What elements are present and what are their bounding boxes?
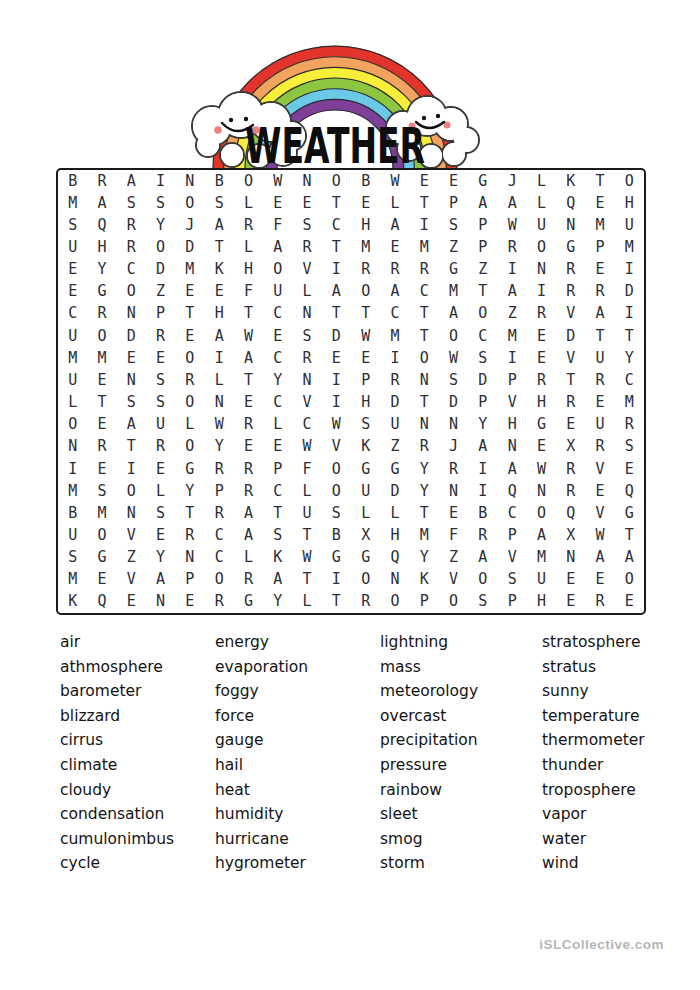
grid-cell: M [410, 236, 439, 258]
word-list-item: hygrometer [215, 851, 308, 876]
grid-cell: C [58, 303, 87, 325]
grid-cell: Y [263, 369, 292, 391]
grid-cell: G [175, 458, 204, 480]
grid-cell: P [468, 391, 497, 413]
grid-cell: E [527, 325, 556, 347]
grid-cell: S [351, 414, 380, 436]
grid-cell: N [527, 259, 556, 281]
grid-cell: C [204, 524, 233, 546]
grid-cell: R [556, 480, 585, 502]
grid-cell: T [204, 236, 233, 258]
grid-cell: O [351, 569, 380, 591]
grid-cell: F [439, 524, 468, 546]
grid-cell: O [58, 414, 87, 436]
grid-cell: T [234, 369, 263, 391]
grid-cell: B [204, 170, 233, 192]
grid-cell: R [585, 281, 614, 303]
grid-cell: R [439, 458, 468, 480]
grid-cell: M [87, 502, 116, 524]
grid-cell: A [380, 214, 409, 236]
grid-cell: R [292, 236, 321, 258]
grid-cell: E [175, 281, 204, 303]
grid-cell: V [322, 436, 351, 458]
grid-cell: T [585, 170, 614, 192]
grid-cell: Y [146, 214, 175, 236]
grid-cell: G [234, 591, 263, 613]
grid-cell: K [204, 259, 233, 281]
grid-cell: S [468, 591, 497, 613]
grid-cell: R [556, 281, 585, 303]
grid-cell: L [380, 192, 409, 214]
grid-cell: O [410, 347, 439, 369]
grid-cell: G [556, 236, 585, 258]
grid-cell: S [263, 524, 292, 546]
grid-cell: N [556, 214, 585, 236]
grid-cell: B [351, 170, 380, 192]
grid-cell: C [263, 303, 292, 325]
word-list: airathmospherebarometerblizzardcirruscli… [0, 630, 700, 880]
grid-cell: W [204, 414, 233, 436]
grid-cell: L [58, 391, 87, 413]
grid-cell: N [410, 414, 439, 436]
grid-cell: R [87, 436, 116, 458]
grid-cell: T [410, 192, 439, 214]
grid-cell: D [380, 391, 409, 413]
grid-cell: A [527, 524, 556, 546]
grid-cell: A [585, 303, 614, 325]
grid-cell: O [468, 303, 497, 325]
grid-cell: S [292, 214, 321, 236]
grid-cell: O [322, 170, 351, 192]
grid-cell: U [58, 236, 87, 258]
grid-cell: I [322, 391, 351, 413]
grid-cell: M [497, 325, 526, 347]
grid-cell: N [292, 369, 321, 391]
grid-cell: C [117, 259, 146, 281]
grid-cell: R [556, 458, 585, 480]
grid-cell: O [175, 192, 204, 214]
grid-cell: O [87, 524, 116, 546]
grid-cell: M [58, 569, 87, 591]
grid-cell: J [497, 170, 526, 192]
grid-cell: Y [468, 414, 497, 436]
grid-cell: M [615, 236, 644, 258]
grid-cell: E [117, 591, 146, 613]
word-list-column-4: stratospherestratussunnytemperaturetherm… [542, 630, 645, 876]
grid-cell: V [497, 391, 526, 413]
grid-cell: E [146, 347, 175, 369]
grid-cell: P [585, 236, 614, 258]
grid-cell: N [410, 369, 439, 391]
grid-cell: O [175, 347, 204, 369]
grid-cell: F [234, 281, 263, 303]
grid-cell: G [615, 502, 644, 524]
grid-cell: N [175, 170, 204, 192]
grid-cell: C [468, 325, 497, 347]
word-list-item: evaporation [215, 655, 308, 680]
grid-cell: E [292, 192, 321, 214]
word-list-item: pressure [380, 753, 478, 778]
grid-cell: J [439, 436, 468, 458]
grid-cell: I [410, 214, 439, 236]
grid-cell: E [117, 347, 146, 369]
grid-cell: O [234, 170, 263, 192]
grid-cell: M [380, 325, 409, 347]
grid-cell: U [351, 480, 380, 502]
grid-cell: V [439, 569, 468, 591]
grid-cell: N [146, 591, 175, 613]
grid-cell: S [146, 391, 175, 413]
grid-cell: M [615, 391, 644, 413]
word-list-item: thunder [542, 753, 645, 778]
word-list-item: cloudy [60, 778, 174, 803]
grid-cell: E [204, 281, 233, 303]
grid-cell: E [410, 170, 439, 192]
grid-cell: R [615, 414, 644, 436]
grid-cell: G [322, 547, 351, 569]
grid-cell: M [58, 347, 87, 369]
page-title: WEATHER [245, 117, 425, 170]
grid-cell: O [175, 391, 204, 413]
worksheet-page: WEATHER BRAINBOWNOBWEEGJLKTOMASSOSLEETEL… [0, 0, 700, 990]
grid-cell: H [351, 214, 380, 236]
grid-cell: T [410, 502, 439, 524]
grid-cell: E [585, 192, 614, 214]
grid-cell: R [204, 458, 233, 480]
grid-cell: E [263, 325, 292, 347]
grid-cell: K [410, 569, 439, 591]
grid-cell: T [322, 303, 351, 325]
grid-cell: E [439, 170, 468, 192]
grid-cell: V [556, 347, 585, 369]
grid-cell: N [439, 414, 468, 436]
grid-cell: C [263, 480, 292, 502]
grid-cell: A [263, 236, 292, 258]
grid-cell: R [585, 591, 614, 613]
word-list-item: sleet [380, 802, 478, 827]
grid-cell: Y [87, 259, 116, 281]
grid-cell: I [380, 347, 409, 369]
grid-cell: N [292, 303, 321, 325]
grid-cell: W [351, 325, 380, 347]
grid-cell: H [615, 192, 644, 214]
grid-cell: E [585, 480, 614, 502]
watermark: iSLCollective.com [0, 937, 664, 952]
rainbow-graphic: WEATHER [175, 22, 490, 170]
grid-cell: D [439, 391, 468, 413]
grid-cell: V [497, 547, 526, 569]
grid-cell: E [263, 192, 292, 214]
grid-cell: M [87, 347, 116, 369]
grid-cell: L [292, 591, 321, 613]
grid-cell: S [322, 502, 351, 524]
word-list-item: storm [380, 851, 478, 876]
grid-cell: I [497, 259, 526, 281]
grid-cell: S [468, 347, 497, 369]
grid-cell: R [351, 591, 380, 613]
grid-cell: T [556, 369, 585, 391]
grid-cell: U [146, 414, 175, 436]
word-list-item: humidity [215, 802, 308, 827]
grid-cell: E [615, 591, 644, 613]
grid-cell: U [263, 281, 292, 303]
grid-cell: I [527, 281, 556, 303]
grid-cell: E [87, 414, 116, 436]
grid-cell: T [322, 591, 351, 613]
grid-cell: U [58, 524, 87, 546]
grid-cell: Z [146, 281, 175, 303]
grid-cell: E [87, 569, 116, 591]
grid-cell: Z [439, 547, 468, 569]
grid-cell: E [585, 391, 614, 413]
grid-cell: O [615, 569, 644, 591]
grid-cell: H [87, 236, 116, 258]
grid-cell: Z [439, 236, 468, 258]
grid-cell: I [615, 259, 644, 281]
grid-cell: S [87, 480, 116, 502]
grid-cell: Q [556, 502, 585, 524]
grid-cell: U [527, 214, 556, 236]
grid-cell: I [322, 259, 351, 281]
word-list-item: sunny [542, 679, 645, 704]
grid-cell: A [468, 547, 497, 569]
grid-cell: R [410, 436, 439, 458]
grid-cell: S [146, 192, 175, 214]
grid-cell: E [351, 192, 380, 214]
grid-cell: B [322, 524, 351, 546]
word-list-item: cirrus [60, 728, 174, 753]
grid-cell: O [527, 236, 556, 258]
grid-cell: N [439, 480, 468, 502]
grid-cell: C [204, 547, 233, 569]
grid-cell: Y [410, 480, 439, 502]
grid-cell: C [263, 391, 292, 413]
grid-cell: I [322, 369, 351, 391]
word-list-item: hail [215, 753, 308, 778]
grid-cell: N [527, 480, 556, 502]
grid-cell: T [615, 524, 644, 546]
grid-cell: K [556, 170, 585, 192]
grid-cell: O [439, 325, 468, 347]
grid-cell: I [146, 170, 175, 192]
grid-cell: E [146, 524, 175, 546]
grid-cell: L [146, 480, 175, 502]
grid-cell: A [204, 214, 233, 236]
grid-cell: R [527, 369, 556, 391]
grid-cell: B [58, 502, 87, 524]
grid-cell: R [556, 259, 585, 281]
grid-cell: I [322, 569, 351, 591]
grid-cell: M [175, 259, 204, 281]
grid-cell: Z [117, 547, 146, 569]
grid-cell: P [351, 369, 380, 391]
grid-cell: Y [146, 547, 175, 569]
grid-cell: M [585, 214, 614, 236]
grid-cell: R [117, 236, 146, 258]
grid-cell: V [117, 569, 146, 591]
grid-cell: P [497, 524, 526, 546]
word-list-item: wind [542, 851, 645, 876]
grid-cell: O [175, 436, 204, 458]
grid-cell: U [615, 214, 644, 236]
grid-cell: T [175, 502, 204, 524]
grid-cell: Z [380, 436, 409, 458]
grid-cell: P [175, 569, 204, 591]
grid-cell: U [380, 414, 409, 436]
grid-cell: M [58, 480, 87, 502]
grid-cell: N [292, 170, 321, 192]
grid-cell: F [263, 214, 292, 236]
grid-cell: O [117, 480, 146, 502]
grid-cell: M [527, 547, 556, 569]
grid-cell: Y [263, 591, 292, 613]
grid-cell: L [527, 170, 556, 192]
grid-cell: L [351, 502, 380, 524]
grid-cell: A [322, 281, 351, 303]
grid-cell: I [468, 458, 497, 480]
grid-cell: E [380, 236, 409, 258]
grid-cell: G [351, 547, 380, 569]
cloud-left-cheek [214, 126, 222, 134]
grid-cell: A [234, 347, 263, 369]
grid-cell: E [556, 569, 585, 591]
grid-cell: K [351, 436, 380, 458]
grid-cell: A [87, 192, 116, 214]
grid-cell: A [468, 436, 497, 458]
grid-cell: P [263, 458, 292, 480]
grid-cell: R [87, 303, 116, 325]
grid-cell: E [234, 391, 263, 413]
grid-cell: T [322, 192, 351, 214]
grid-cell: L [234, 236, 263, 258]
grid-cell: L [292, 480, 321, 502]
grid-cell: E [58, 281, 87, 303]
grid-cell: H [380, 524, 409, 546]
grid-cell: N [58, 436, 87, 458]
grid-cell: O [146, 236, 175, 258]
word-list-item: rainbow [380, 778, 478, 803]
grid-cell: T [468, 281, 497, 303]
grid-cell: K [58, 591, 87, 613]
grid-cell: V [292, 391, 321, 413]
grid-cell: D [146, 259, 175, 281]
grid-cell: O [615, 170, 644, 192]
grid-cell: A [497, 281, 526, 303]
grid-cell: Q [87, 214, 116, 236]
word-list-column-1: airathmospherebarometerblizzardcirruscli… [60, 630, 174, 876]
grid-cell: H [204, 303, 233, 325]
grid-cell: U [58, 369, 87, 391]
grid-cell: R [234, 458, 263, 480]
grid-cell: G [468, 170, 497, 192]
word-list-column-2: energyevaporationfoggyforcegaugehailheat… [215, 630, 308, 876]
grid-cell: R [410, 259, 439, 281]
word-list-item: lightning [380, 630, 478, 655]
grid-cell: D [556, 325, 585, 347]
word-list-item: foggy [215, 679, 308, 704]
grid-cell: O [117, 281, 146, 303]
grid-cell: R [556, 391, 585, 413]
grid-cell: L [234, 547, 263, 569]
grid-cell: M [439, 281, 468, 303]
grid-cell: R [351, 259, 380, 281]
grid-cell: A [117, 170, 146, 192]
grid-cell: R [468, 524, 497, 546]
word-list-item: gauge [215, 728, 308, 753]
grid-cell: W [380, 170, 409, 192]
grid-cell: O [322, 458, 351, 480]
grid-cell: C [322, 214, 351, 236]
grid-cell: K [263, 547, 292, 569]
grid-cell: C [615, 369, 644, 391]
grid-cell: T [234, 303, 263, 325]
grid-cell: Z [497, 303, 526, 325]
grid-cell: X [556, 436, 585, 458]
word-list-item: stratus [542, 655, 645, 680]
grid-cell: T [585, 325, 614, 347]
grid-cell: Q [556, 192, 585, 214]
grid-cell: L [527, 192, 556, 214]
word-list-item: temperature [542, 704, 645, 729]
word-list-item: air [60, 630, 174, 655]
grid-cell: S [58, 547, 87, 569]
grid-cell: D [175, 236, 204, 258]
grid-cell: H [234, 259, 263, 281]
grid-cell: G [87, 281, 116, 303]
grid-cell: O [204, 569, 233, 591]
grid-cell: A [615, 547, 644, 569]
grid-cell: T [410, 325, 439, 347]
grid-cell: S [117, 391, 146, 413]
grid-cell: L [380, 502, 409, 524]
grid-cell: R [585, 436, 614, 458]
grid-cell: P [204, 480, 233, 502]
grid-cell: I [58, 458, 87, 480]
word-list-item: water [542, 827, 645, 852]
cloud-left-eye [229, 118, 233, 122]
cloud-right-eye [436, 114, 440, 118]
grid-cell: S [204, 192, 233, 214]
grid-cell: T [292, 569, 321, 591]
word-list-item: smog [380, 827, 478, 852]
word-list-item: force [215, 704, 308, 729]
word-list-item: stratosphere [542, 630, 645, 655]
grid-cell: S [146, 502, 175, 524]
grid-cell: P [468, 214, 497, 236]
grid-cell: A [468, 192, 497, 214]
grid-cell: S [58, 214, 87, 236]
grid-cell: O [87, 325, 116, 347]
grid-cell: P [497, 591, 526, 613]
grid-cell: R [380, 259, 409, 281]
word-list-item: mass [380, 655, 478, 680]
word-list-item: heat [215, 778, 308, 803]
grid-cell: L [204, 369, 233, 391]
word-list-item: vapor [542, 802, 645, 827]
grid-cell: H [527, 391, 556, 413]
grid-cell: N [117, 502, 146, 524]
grid-cell: R [234, 414, 263, 436]
grid-cell: C [410, 281, 439, 303]
grid-cell: E [527, 347, 556, 369]
grid-cell: I [615, 303, 644, 325]
grid-cell: S [146, 369, 175, 391]
grid-cell: E [556, 414, 585, 436]
grid-cell: O [439, 591, 468, 613]
grid-cell: E [175, 591, 204, 613]
grid-cell: Q [380, 547, 409, 569]
grid-cell: T [263, 502, 292, 524]
